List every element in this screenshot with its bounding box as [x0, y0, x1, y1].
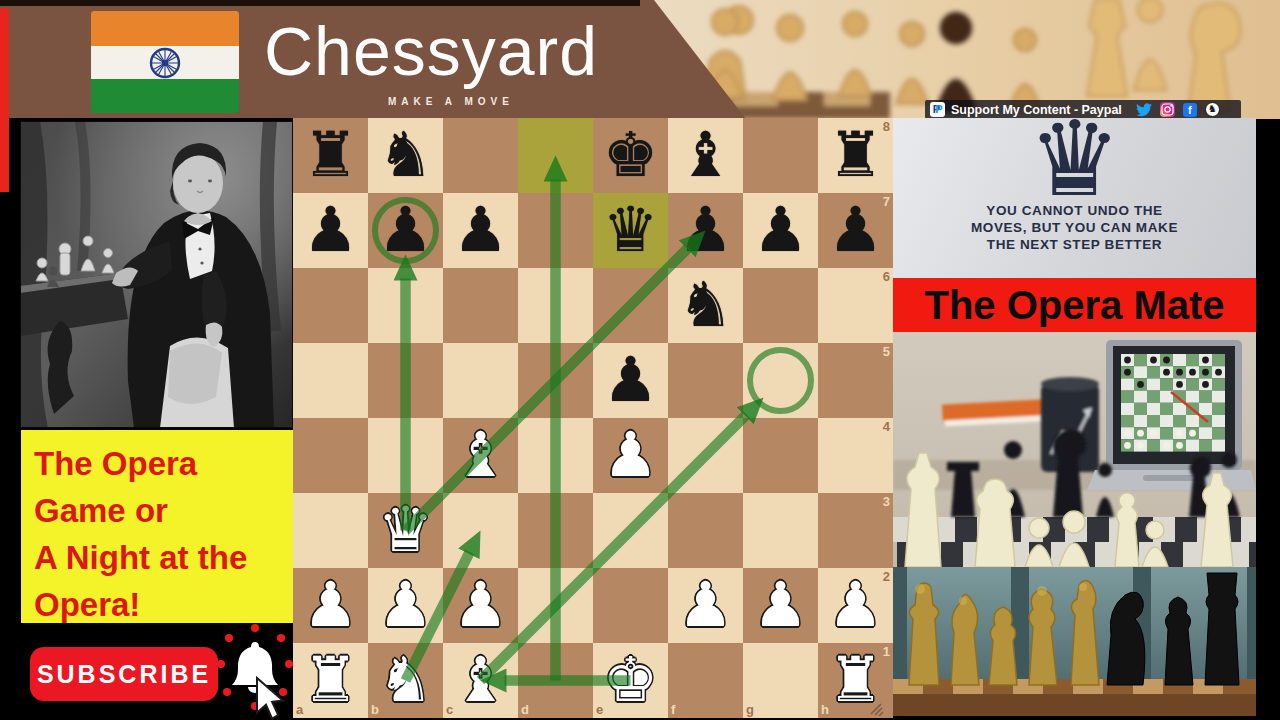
- file-label-c: c: [446, 702, 453, 717]
- square-g1[interactable]: g: [743, 643, 818, 718]
- square-a2[interactable]: [293, 568, 368, 643]
- square-e2[interactable]: [593, 568, 668, 643]
- quote-section: ♛ YOU CANNOT UNDO THEMOVES, BUT YOU CAN …: [893, 118, 1256, 278]
- paul-morphy-photo: [20, 121, 293, 428]
- square-d5[interactable]: [518, 343, 593, 418]
- square-d7[interactable]: [518, 193, 593, 268]
- square-b4[interactable]: [368, 418, 443, 493]
- square-b5[interactable]: [368, 343, 443, 418]
- square-f6[interactable]: [668, 268, 743, 343]
- square-e5[interactable]: [593, 343, 668, 418]
- file-label-g: g: [746, 702, 754, 717]
- square-a6[interactable]: [293, 268, 368, 343]
- square-f2[interactable]: [668, 568, 743, 643]
- square-c7[interactable]: [443, 193, 518, 268]
- rank-label-2: 2: [883, 569, 890, 584]
- video-title: The OperaGame orA Night at theOpera!: [21, 430, 293, 628]
- square-h6[interactable]: 6: [818, 268, 893, 343]
- square-b1[interactable]: b: [368, 643, 443, 718]
- instagram-icon[interactable]: [1160, 102, 1175, 117]
- square-g4[interactable]: [743, 418, 818, 493]
- square-a3[interactable]: [293, 493, 368, 568]
- square-b6[interactable]: [368, 268, 443, 343]
- square-c8[interactable]: [443, 118, 518, 193]
- chess-board[interactable]: 8765432abcdefgh1: [293, 118, 893, 718]
- square-h2[interactable]: 2: [818, 568, 893, 643]
- square-d6[interactable]: [518, 268, 593, 343]
- support-bar[interactable]: PP Support My Content - Paypal: [925, 100, 1241, 119]
- rank-label-4: 4: [883, 419, 890, 434]
- square-f5[interactable]: [668, 343, 743, 418]
- square-a4[interactable]: [293, 418, 368, 493]
- thumbnail-root: Chessyard MAKE A MOVE: [0, 0, 1280, 720]
- header-banner: Chessyard MAKE A MOVE: [0, 0, 1280, 118]
- square-e7[interactable]: [593, 193, 668, 268]
- square-a8[interactable]: [293, 118, 368, 193]
- right-panel: ♛ YOU CANNOT UNDO THEMOVES, BUT YOU CAN …: [893, 118, 1256, 716]
- left-red-strip: [0, 8, 9, 192]
- square-g8[interactable]: [743, 118, 818, 193]
- quote-text: YOU CANNOT UNDO THEMOVES, BUT YOU CAN MA…: [893, 202, 1256, 253]
- brand-title: Chessyard: [264, 12, 598, 90]
- video-title-box: The OperaGame orA Night at theOpera!: [21, 430, 293, 623]
- square-f1[interactable]: f: [668, 643, 743, 718]
- square-a7[interactable]: [293, 193, 368, 268]
- opera-mate-title: The Opera Mate: [924, 283, 1224, 328]
- square-g2[interactable]: [743, 568, 818, 643]
- square-g5[interactable]: [743, 343, 818, 418]
- file-label-d: d: [521, 702, 529, 717]
- square-h8[interactable]: 8: [818, 118, 893, 193]
- rank-label-8: 8: [883, 119, 890, 134]
- square-b2[interactable]: [368, 568, 443, 643]
- square-d3[interactable]: [518, 493, 593, 568]
- chess-knight-icon[interactable]: ♞: [1205, 102, 1220, 117]
- square-f8[interactable]: [668, 118, 743, 193]
- square-b7[interactable]: [368, 193, 443, 268]
- facebook-icon[interactable]: f: [1183, 103, 1197, 117]
- queen-silhouette-icon: ♛: [893, 118, 1256, 208]
- brand-tagline: MAKE A MOVE: [388, 96, 514, 107]
- square-c3[interactable]: [443, 493, 518, 568]
- india-flag-icon: [91, 11, 239, 113]
- ashoka-chakra-icon: [91, 46, 239, 80]
- rank-label-3: 3: [883, 494, 890, 509]
- square-f4[interactable]: [668, 418, 743, 493]
- square-h1[interactable]: h1: [818, 643, 893, 718]
- chess-set-laptop-photo: [893, 332, 1256, 567]
- support-label: Support My Content - Paypal: [951, 103, 1122, 117]
- square-c1[interactable]: c: [443, 643, 518, 718]
- square-d2[interactable]: [518, 568, 593, 643]
- square-h4[interactable]: 4: [818, 418, 893, 493]
- file-label-e: e: [596, 702, 603, 717]
- square-g7[interactable]: [743, 193, 818, 268]
- rank-label-7: 7: [883, 194, 890, 209]
- square-b3[interactable]: [368, 493, 443, 568]
- square-h5[interactable]: 5: [818, 343, 893, 418]
- square-c2[interactable]: [443, 568, 518, 643]
- notification-bell-icon[interactable]: [213, 620, 298, 720]
- rank-label-1: 1: [883, 644, 890, 659]
- banner-top-border: [0, 0, 660, 6]
- square-e1[interactable]: e: [593, 643, 668, 718]
- square-g3[interactable]: [743, 493, 818, 568]
- square-d1[interactable]: d: [518, 643, 593, 718]
- square-h3[interactable]: 3: [818, 493, 893, 568]
- banner-chess-photo: PP Support My Content - Paypal: [640, 0, 1280, 119]
- paypal-icon[interactable]: PP: [930, 102, 945, 117]
- file-label-h: h: [821, 702, 829, 717]
- file-label-f: f: [671, 702, 675, 717]
- square-a1[interactable]: a: [293, 643, 368, 718]
- figurine-chess-photo: [893, 567, 1256, 716]
- square-b8[interactable]: [368, 118, 443, 193]
- subscribe-button[interactable]: SUBSCRIBE: [30, 647, 218, 701]
- square-g6[interactable]: [743, 268, 818, 343]
- square-e4[interactable]: [593, 418, 668, 493]
- square-f3[interactable]: [668, 493, 743, 568]
- file-label-b: b: [371, 702, 379, 717]
- square-f7[interactable]: [668, 193, 743, 268]
- square-c6[interactable]: [443, 268, 518, 343]
- rank-label-5: 5: [883, 344, 890, 359]
- square-h7[interactable]: 7: [818, 193, 893, 268]
- square-d8[interactable]: [518, 118, 593, 193]
- square-e3[interactable]: [593, 493, 668, 568]
- square-e8[interactable]: [593, 118, 668, 193]
- square-a5[interactable]: [293, 343, 368, 418]
- file-label-a: a: [296, 702, 303, 717]
- square-e6[interactable]: [593, 268, 668, 343]
- square-c5[interactable]: [443, 343, 518, 418]
- twitter-icon[interactable]: [1136, 103, 1152, 117]
- opera-mate-banner: The Opera Mate: [893, 278, 1256, 332]
- square-d4[interactable]: [518, 418, 593, 493]
- square-c4[interactable]: [443, 418, 518, 493]
- rank-label-6: 6: [883, 269, 890, 284]
